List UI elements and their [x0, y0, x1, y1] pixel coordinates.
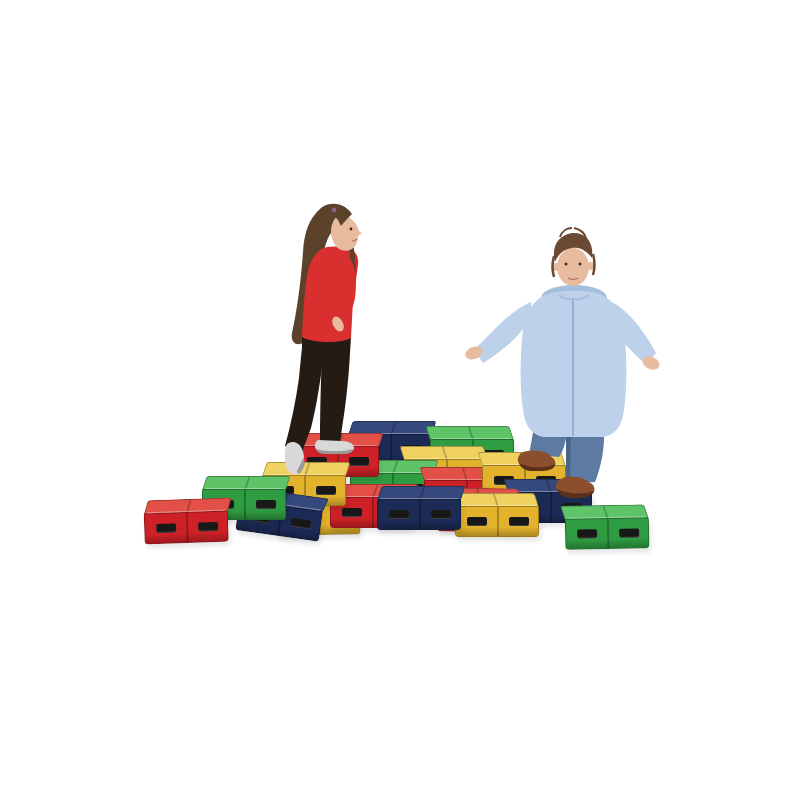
child-right — [455, 226, 670, 516]
block-handle-slot-icon — [156, 523, 176, 533]
block-top-face — [377, 486, 466, 500]
block-navy — [377, 486, 461, 530]
scene — [0, 0, 800, 800]
block-front-face — [377, 499, 461, 530]
block-handle-slot-icon — [467, 517, 487, 526]
child-girl-left — [260, 194, 390, 486]
girl-hair-clip-icon — [332, 208, 337, 213]
block-handle-slot-icon — [577, 529, 597, 538]
block-red — [143, 498, 228, 545]
block-handle-slot-icon — [198, 522, 218, 532]
block-handle-slot-icon — [619, 528, 639, 537]
block-handle-slot-icon — [431, 510, 451, 519]
block-front-face — [144, 511, 229, 545]
girl-eye-icon — [350, 228, 353, 231]
block-handle-slot-icon — [342, 508, 362, 517]
girl-front-leg — [320, 348, 350, 443]
block-handle-slot-icon — [389, 510, 409, 519]
block-front-face — [565, 517, 650, 549]
block-handle-slot-icon — [316, 486, 336, 495]
block-handle-slot-icon — [509, 517, 529, 526]
child-face — [557, 248, 589, 286]
block-handle-slot-icon — [290, 518, 311, 530]
child-eye-right-icon — [579, 263, 582, 266]
child-eye-left-icon — [565, 263, 568, 266]
girl-face — [331, 215, 362, 251]
block-handle-slot-icon — [256, 500, 276, 509]
girl-back-leg — [285, 348, 324, 452]
